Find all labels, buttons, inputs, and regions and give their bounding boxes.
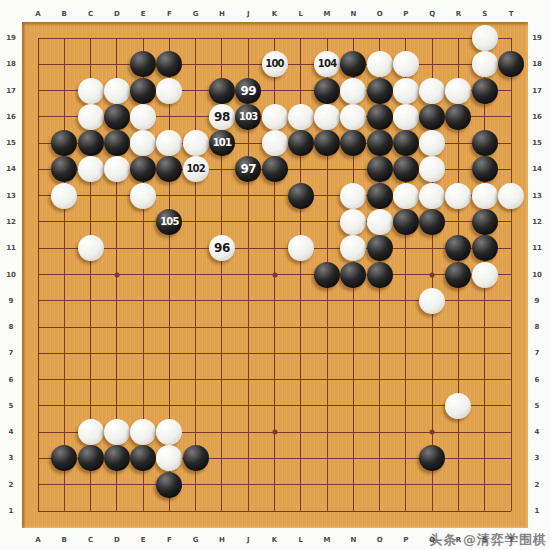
row-label: 3 <box>535 454 540 462</box>
stone-white <box>78 104 104 130</box>
stone-black <box>104 445 130 471</box>
row-label: 9 <box>535 297 540 305</box>
row-label: 17 <box>6 87 16 95</box>
stone-black <box>393 209 419 235</box>
stone-white <box>340 78 366 104</box>
stone-black <box>156 472 182 498</box>
row-label: 14 <box>6 165 16 173</box>
stone-white <box>78 419 104 445</box>
row-label: 12 <box>6 218 16 226</box>
row-label: 7 <box>9 349 14 357</box>
column-label: H <box>219 536 225 544</box>
row-label: 4 <box>9 428 14 436</box>
stone-white <box>498 183 524 209</box>
stone-black <box>340 51 366 77</box>
row-label: 18 <box>532 60 542 68</box>
column-label: R <box>456 10 461 18</box>
stone-black <box>445 235 471 261</box>
stone-black <box>367 104 393 130</box>
grid-line <box>38 405 511 406</box>
column-label: J <box>247 10 250 18</box>
column-label: D <box>114 10 120 18</box>
stone-white <box>340 235 366 261</box>
stone-black: 97 <box>235 156 261 182</box>
stone-black: 101 <box>209 130 235 156</box>
column-label: K <box>272 10 277 18</box>
stone-black <box>393 156 419 182</box>
stone-black <box>445 262 471 288</box>
row-label: 8 <box>535 323 540 331</box>
column-label: P <box>403 10 408 18</box>
row-label: 14 <box>532 165 542 173</box>
star-point <box>114 272 119 277</box>
stone-white <box>367 209 393 235</box>
row-label: 1 <box>535 507 540 515</box>
column-label: Q <box>429 10 435 18</box>
star-point <box>272 430 277 435</box>
move-number: 102 <box>186 164 204 174</box>
column-label: H <box>219 10 225 18</box>
watermark: 头条 @清弈学围棋 <box>429 531 547 549</box>
row-label: 6 <box>535 376 540 384</box>
column-label: D <box>114 536 120 544</box>
stone-white <box>78 78 104 104</box>
move-number: 105 <box>160 217 178 227</box>
row-label: 13 <box>6 192 16 200</box>
move-number: 103 <box>239 112 257 122</box>
stone-white <box>472 262 498 288</box>
stone-black <box>367 156 393 182</box>
stone-black <box>130 156 156 182</box>
column-label: P <box>403 536 408 544</box>
stone-white <box>104 78 130 104</box>
column-label: M <box>324 536 331 544</box>
stone-black <box>367 78 393 104</box>
stone-black <box>314 78 340 104</box>
stone-black <box>419 445 445 471</box>
column-label: C <box>88 10 93 18</box>
stone-black <box>445 104 471 130</box>
stone-white <box>340 209 366 235</box>
go-board: 10010499981031011029710596 <box>22 22 528 528</box>
row-label: 9 <box>9 297 14 305</box>
stone-black <box>78 130 104 156</box>
stone-white <box>130 130 156 156</box>
row-label: 19 <box>532 34 542 42</box>
grid-line <box>38 484 511 485</box>
column-label: J <box>247 536 250 544</box>
move-number: 97 <box>240 163 256 175</box>
stone-white <box>104 419 130 445</box>
star-point <box>430 430 435 435</box>
stone-white <box>288 104 314 130</box>
stone-black: 99 <box>235 78 261 104</box>
stone-white <box>288 235 314 261</box>
stone-black <box>314 130 340 156</box>
go-diagram-page: 10010499981031011029710596 头条 @清弈学围棋 AAB… <box>0 0 550 550</box>
stone-white <box>156 445 182 471</box>
row-label: 11 <box>532 244 542 252</box>
stone-white <box>340 104 366 130</box>
stone-black <box>288 130 314 156</box>
stone-white: 96 <box>209 235 235 261</box>
star-point <box>272 272 277 277</box>
stone-white <box>130 183 156 209</box>
column-label: L <box>299 536 303 544</box>
stone-black <box>51 445 77 471</box>
stone-black: 103 <box>235 104 261 130</box>
stone-white <box>393 78 419 104</box>
column-label: F <box>167 10 172 18</box>
column-label: O <box>377 536 383 544</box>
stone-white <box>472 183 498 209</box>
stone-black <box>472 78 498 104</box>
stone-black <box>209 78 235 104</box>
stone-black <box>472 156 498 182</box>
row-label: 19 <box>6 34 16 42</box>
row-label: 16 <box>532 113 542 121</box>
stone-white <box>419 156 445 182</box>
column-label: N <box>350 536 356 544</box>
stone-white <box>472 25 498 51</box>
stone-white: 104 <box>314 51 340 77</box>
stone-black <box>130 78 156 104</box>
row-label: 7 <box>535 349 540 357</box>
stone-black <box>104 104 130 130</box>
stone-white <box>445 393 471 419</box>
column-label: E <box>141 10 146 18</box>
stone-white <box>156 419 182 445</box>
stone-white <box>367 51 393 77</box>
stone-white <box>419 130 445 156</box>
stone-black <box>130 51 156 77</box>
grid-line <box>38 511 511 512</box>
row-label: 10 <box>6 271 16 279</box>
stone-black <box>340 262 366 288</box>
stone-white <box>78 235 104 261</box>
stone-black <box>367 183 393 209</box>
column-label: M <box>324 10 331 18</box>
stone-black <box>51 130 77 156</box>
stone-black <box>130 445 156 471</box>
move-number: 101 <box>213 138 231 148</box>
column-label: S <box>482 10 487 18</box>
star-point <box>430 272 435 277</box>
stone-white <box>104 156 130 182</box>
column-label: Q <box>429 536 435 544</box>
move-number: 104 <box>318 59 336 69</box>
grid-line <box>38 379 511 380</box>
stone-black <box>340 130 366 156</box>
stone-black <box>367 130 393 156</box>
column-label: G <box>193 10 199 18</box>
column-label: S <box>482 536 487 544</box>
row-label: 15 <box>6 139 16 147</box>
stone-white <box>419 183 445 209</box>
stone-white <box>51 183 77 209</box>
column-label: A <box>35 10 40 18</box>
column-label: E <box>141 536 146 544</box>
stone-white <box>183 130 209 156</box>
row-label: 17 <box>532 87 542 95</box>
row-label: 5 <box>9 402 14 410</box>
stone-black <box>472 209 498 235</box>
column-label: T <box>509 536 514 544</box>
stone-white <box>419 288 445 314</box>
stone-white <box>262 104 288 130</box>
column-label: A <box>35 536 40 544</box>
stone-white <box>314 104 340 130</box>
stone-black <box>104 130 130 156</box>
stone-black <box>288 183 314 209</box>
column-label: C <box>88 536 93 544</box>
move-number: 99 <box>240 85 256 97</box>
stone-black <box>367 262 393 288</box>
stone-white <box>156 78 182 104</box>
stone-white <box>393 183 419 209</box>
column-label: B <box>62 536 67 544</box>
stone-white <box>156 130 182 156</box>
stone-black <box>51 156 77 182</box>
stone-black <box>183 445 209 471</box>
stone-black <box>367 235 393 261</box>
row-label: 16 <box>6 113 16 121</box>
stone-black: 105 <box>156 209 182 235</box>
move-number: 100 <box>265 59 283 69</box>
column-label: G <box>193 536 199 544</box>
stone-black <box>78 445 104 471</box>
row-label: 2 <box>9 481 14 489</box>
grid-line <box>511 38 512 511</box>
stone-white <box>393 51 419 77</box>
stone-black <box>419 209 445 235</box>
stone-white <box>393 104 419 130</box>
row-label: 13 <box>532 192 542 200</box>
stone-white <box>445 78 471 104</box>
column-label: T <box>509 10 514 18</box>
move-number: 98 <box>214 111 230 123</box>
stone-black <box>472 235 498 261</box>
grid-line <box>38 353 511 354</box>
row-label: 2 <box>535 481 540 489</box>
stone-white <box>262 130 288 156</box>
stone-black <box>472 130 498 156</box>
row-label: 11 <box>6 244 16 252</box>
column-label: B <box>62 10 67 18</box>
stone-white <box>78 156 104 182</box>
stone-white <box>130 104 156 130</box>
stone-white: 100 <box>262 51 288 77</box>
stone-black <box>156 51 182 77</box>
row-label: 1 <box>9 507 14 515</box>
row-label: 4 <box>535 428 540 436</box>
row-label: 15 <box>532 139 542 147</box>
stone-black <box>156 156 182 182</box>
column-label: R <box>456 536 461 544</box>
row-label: 5 <box>535 402 540 410</box>
stone-white <box>130 419 156 445</box>
stone-black <box>262 156 288 182</box>
row-label: 12 <box>532 218 542 226</box>
stone-white <box>340 183 366 209</box>
stone-black <box>419 104 445 130</box>
row-label: 18 <box>6 60 16 68</box>
column-label: F <box>167 536 172 544</box>
row-label: 6 <box>9 376 14 384</box>
stone-white: 98 <box>209 104 235 130</box>
stone-white: 102 <box>183 156 209 182</box>
stone-black <box>314 262 340 288</box>
stone-black <box>393 130 419 156</box>
stone-white <box>445 183 471 209</box>
row-label: 3 <box>9 454 14 462</box>
grid-line <box>38 327 511 328</box>
column-label: K <box>272 536 277 544</box>
column-label: N <box>350 10 356 18</box>
column-label: L <box>299 10 303 18</box>
stone-black <box>498 51 524 77</box>
row-label: 8 <box>9 323 14 331</box>
move-number: 96 <box>214 242 230 254</box>
stone-white <box>419 78 445 104</box>
row-label: 10 <box>532 271 542 279</box>
column-label: O <box>377 10 383 18</box>
stone-white <box>472 51 498 77</box>
